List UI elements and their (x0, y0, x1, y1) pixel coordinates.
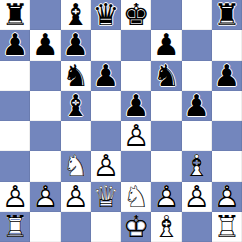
square-f3[interactable] (151, 151, 181, 181)
square-b5[interactable] (30, 91, 60, 121)
white-rook-outline: ♖ (213, 212, 240, 242)
black-rook: ♜ (0, 0, 30, 30)
square-h8[interactable]: ♜ (212, 0, 242, 30)
black-bishop: ♝ (61, 0, 91, 30)
white-pawn-outline: ♙ (32, 182, 59, 212)
square-b2[interactable]: ♟♙ (30, 182, 60, 212)
square-e4[interactable]: ♟♙ (121, 121, 151, 151)
square-c2[interactable]: ♟♙ (61, 182, 91, 212)
black-knight: ♞ (61, 61, 91, 91)
square-d4[interactable] (91, 121, 121, 151)
square-g5[interactable]: ♟ (182, 91, 212, 121)
white-pawn-outline: ♙ (213, 182, 240, 212)
black-queen-body: ♛ (92, 0, 119, 30)
white-knight-outline: ♘ (123, 182, 150, 212)
black-pawn: ♟ (30, 30, 60, 60)
white-bishop: ♝♗ (151, 212, 181, 242)
black-king: ♚ (121, 0, 151, 30)
black-pawn-body: ♟ (62, 30, 89, 60)
square-a8[interactable]: ♜ (0, 0, 30, 30)
white-king: ♚♔ (121, 212, 151, 242)
square-e5[interactable]: ♟ (121, 91, 151, 121)
square-b3[interactable] (30, 151, 60, 181)
black-pawn-body: ♟ (2, 30, 29, 60)
square-b6[interactable] (30, 61, 60, 91)
square-e2[interactable]: ♞♘ (121, 182, 151, 212)
square-e1[interactable]: ♚♔ (121, 212, 151, 242)
square-g7[interactable] (182, 30, 212, 60)
black-bishop-body: ♝ (62, 91, 89, 121)
white-pawn: ♟♙ (61, 182, 91, 212)
square-g1[interactable] (182, 212, 212, 242)
black-knight: ♞ (151, 61, 181, 91)
square-a5[interactable] (0, 91, 30, 121)
white-rook: ♜♖ (0, 212, 30, 242)
white-king-outline: ♔ (123, 212, 150, 242)
square-a1[interactable]: ♜♖ (0, 212, 30, 242)
black-pawn-body: ♟ (92, 61, 119, 91)
square-d7[interactable] (91, 30, 121, 60)
square-g3[interactable]: ♝♗ (182, 151, 212, 181)
black-bishop-body: ♝ (62, 0, 89, 30)
square-g4[interactable] (182, 121, 212, 151)
square-b1[interactable] (30, 212, 60, 242)
black-pawn: ♟ (121, 91, 151, 121)
square-h1[interactable]: ♜♖ (212, 212, 242, 242)
white-pawn: ♟♙ (30, 182, 60, 212)
square-h2[interactable]: ♟♙ (212, 182, 242, 212)
square-e7[interactable] (121, 30, 151, 60)
square-c7[interactable]: ♟ (61, 30, 91, 60)
white-knight-outline: ♘ (62, 151, 89, 181)
square-a7[interactable]: ♟ (0, 30, 30, 60)
white-bishop: ♝♗ (182, 151, 212, 181)
square-h7[interactable] (212, 30, 242, 60)
square-a6[interactable] (0, 61, 30, 91)
square-f5[interactable] (151, 91, 181, 121)
black-rook-body: ♜ (213, 0, 240, 30)
white-knight: ♞♘ (121, 182, 151, 212)
white-pawn-outline: ♙ (183, 182, 210, 212)
square-f1[interactable]: ♝♗ (151, 212, 181, 242)
square-g6[interactable] (182, 61, 212, 91)
square-d2[interactable]: ♛♕ (91, 182, 121, 212)
white-pawn: ♟♙ (91, 151, 121, 181)
square-b4[interactable] (30, 121, 60, 151)
black-pawn-body: ♟ (153, 30, 180, 60)
white-knight: ♞♘ (61, 151, 91, 181)
square-c5[interactable]: ♝ (61, 91, 91, 121)
white-bishop-outline: ♗ (183, 151, 210, 181)
square-g8[interactable] (182, 0, 212, 30)
white-pawn-outline: ♙ (2, 182, 29, 212)
black-pawn-body: ♟ (213, 61, 240, 91)
square-e8[interactable]: ♚ (121, 0, 151, 30)
white-pawn: ♟♙ (182, 182, 212, 212)
white-bishop-outline: ♗ (153, 212, 180, 242)
black-pawn: ♟ (151, 30, 181, 60)
black-rook: ♜ (212, 0, 242, 30)
white-pawn: ♟♙ (121, 121, 151, 151)
square-d8[interactable]: ♛ (91, 0, 121, 30)
square-d5[interactable] (91, 91, 121, 121)
square-h5[interactable] (212, 91, 242, 121)
black-queen: ♛ (91, 0, 121, 30)
square-f2[interactable]: ♟♙ (151, 182, 181, 212)
square-b7[interactable]: ♟ (30, 30, 60, 60)
black-pawn: ♟ (182, 91, 212, 121)
square-b8[interactable] (30, 0, 60, 30)
white-pawn-outline: ♙ (123, 121, 150, 151)
square-e3[interactable] (121, 151, 151, 181)
white-pawn: ♟♙ (151, 182, 181, 212)
black-pawn: ♟ (91, 61, 121, 91)
white-rook-outline: ♖ (2, 212, 29, 242)
square-c1[interactable] (61, 212, 91, 242)
chess-board: ♜♝♛♚♜♟♟♟♟♞♟♞♟♝♟♟♟♙♞♘♟♙♝♗♟♙♟♙♟♙♛♕♞♘♟♙♟♙♟♙… (0, 0, 242, 242)
square-a4[interactable] (0, 121, 30, 151)
black-king-body: ♚ (123, 0, 150, 30)
square-h4[interactable] (212, 121, 242, 151)
square-f7[interactable]: ♟ (151, 30, 181, 60)
white-queen-outline: ♕ (92, 182, 119, 212)
square-c3[interactable]: ♞♘ (61, 151, 91, 181)
black-pawn-body: ♟ (183, 91, 210, 121)
black-knight-body: ♞ (62, 61, 89, 91)
black-knight-body: ♞ (153, 61, 180, 91)
black-pawn: ♟ (0, 30, 30, 60)
square-g2[interactable]: ♟♙ (182, 182, 212, 212)
square-c6[interactable]: ♞ (61, 61, 91, 91)
square-c8[interactable]: ♝ (61, 0, 91, 30)
white-rook: ♜♖ (212, 212, 242, 242)
white-pawn: ♟♙ (212, 182, 242, 212)
white-pawn-outline: ♙ (153, 182, 180, 212)
black-pawn-body: ♟ (123, 91, 150, 121)
square-f6[interactable]: ♞ (151, 61, 181, 91)
white-pawn-outline: ♙ (92, 151, 119, 181)
square-h3[interactable] (212, 151, 242, 181)
square-c4[interactable] (61, 121, 91, 151)
black-bishop: ♝ (61, 91, 91, 121)
square-d6[interactable]: ♟ (91, 61, 121, 91)
white-queen: ♛♕ (91, 182, 121, 212)
white-pawn: ♟♙ (0, 182, 30, 212)
square-d1[interactable] (91, 212, 121, 242)
black-pawn: ♟ (212, 61, 242, 91)
square-f4[interactable] (151, 121, 181, 151)
white-pawn-outline: ♙ (62, 182, 89, 212)
square-d3[interactable]: ♟♙ (91, 151, 121, 181)
square-h6[interactable]: ♟ (212, 61, 242, 91)
square-a3[interactable] (0, 151, 30, 181)
square-f8[interactable] (151, 0, 181, 30)
square-e6[interactable] (121, 61, 151, 91)
square-a2[interactable]: ♟♙ (0, 182, 30, 212)
black-pawn-body: ♟ (32, 30, 59, 60)
black-pawn: ♟ (61, 30, 91, 60)
black-rook-body: ♜ (2, 0, 29, 30)
